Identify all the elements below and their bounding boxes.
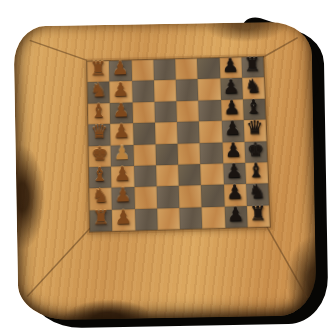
chess-piece-wP[interactable]: ♟ xyxy=(111,142,134,164)
chess-piece-bR[interactable]: ♜ xyxy=(241,54,264,75)
chess-piece-wK[interactable]: ♚ xyxy=(88,142,111,164)
square[interactable] xyxy=(132,81,155,103)
square[interactable] xyxy=(200,163,223,185)
square[interactable] xyxy=(155,122,178,144)
square[interactable] xyxy=(156,165,179,187)
chess-piece-wP[interactable]: ♟ xyxy=(110,99,133,121)
chess-piece-bP[interactable]: ♟ xyxy=(220,96,243,118)
square[interactable] xyxy=(178,143,201,165)
chess-piece-bP[interactable]: ♟ xyxy=(222,138,245,160)
square[interactable] xyxy=(198,100,221,122)
chess-piece-bB[interactable]: ♝ xyxy=(243,96,266,118)
chess-piece-wP[interactable]: ♟ xyxy=(109,57,131,78)
chess-piece-bP[interactable]: ♟ xyxy=(221,117,244,139)
chess-piece-wB[interactable]: ♝ xyxy=(89,163,112,185)
chess-piece-wP[interactable]: ♟ xyxy=(112,206,135,228)
square[interactable] xyxy=(153,59,176,80)
chess-piece-bP[interactable]: ♟ xyxy=(220,75,243,97)
chess-piece-wN[interactable]: ♞ xyxy=(89,185,112,207)
chess-piece-bR[interactable]: ♜ xyxy=(247,202,270,224)
board-perspective-wrap: ♜♟♟♜♞♟♟♞♝♟♟♝♛♟♟♛♚♟♟♚♝♟♟♝♞♟♟♞♜♟♟♜ xyxy=(86,56,269,231)
chess-piece-wR[interactable]: ♜ xyxy=(90,206,113,228)
square[interactable] xyxy=(133,144,156,166)
square[interactable] xyxy=(200,142,223,164)
chess-piece-wB[interactable]: ♝ xyxy=(88,100,111,122)
chess-piece-wR[interactable]: ♜ xyxy=(87,58,109,79)
square[interactable] xyxy=(155,143,178,165)
square[interactable] xyxy=(179,185,202,207)
square[interactable] xyxy=(157,208,180,230)
square[interactable]: ♜ xyxy=(90,209,113,231)
square[interactable] xyxy=(156,186,179,208)
square[interactable] xyxy=(198,79,221,101)
square[interactable] xyxy=(178,164,201,186)
square[interactable] xyxy=(134,187,157,209)
chess-piece-wP[interactable]: ♟ xyxy=(112,184,135,206)
square[interactable]: ♟ xyxy=(112,209,135,231)
square[interactable] xyxy=(202,206,225,228)
chess-piece-bK[interactable]: ♚ xyxy=(244,138,267,160)
square[interactable] xyxy=(131,60,154,81)
square[interactable] xyxy=(154,101,177,123)
square[interactable] xyxy=(201,185,224,207)
chess-piece-bP[interactable]: ♟ xyxy=(223,181,246,203)
chess-piece-bB[interactable]: ♝ xyxy=(245,159,268,181)
chess-piece-bP[interactable]: ♟ xyxy=(219,54,242,75)
chess-piece-wP[interactable]: ♟ xyxy=(110,120,133,142)
square[interactable] xyxy=(197,58,220,79)
chess-piece-bP[interactable]: ♟ xyxy=(224,203,247,225)
square[interactable] xyxy=(134,208,157,230)
chess-piece-wP[interactable]: ♟ xyxy=(111,163,134,185)
chess-board: ♜♟♟♜♞♟♟♞♝♟♟♝♛♟♟♛♚♟♟♚♝♟♟♝♞♟♟♞♜♟♟♜ xyxy=(13,21,316,320)
square[interactable] xyxy=(133,123,156,145)
chess-piece-bN[interactable]: ♞ xyxy=(242,75,265,97)
square[interactable] xyxy=(199,121,222,143)
chess-piece-bN[interactable]: ♞ xyxy=(246,180,269,202)
square[interactable] xyxy=(176,100,199,122)
square[interactable] xyxy=(132,102,155,124)
chess-piece-wN[interactable]: ♞ xyxy=(87,79,109,101)
chess-piece-wQ[interactable]: ♛ xyxy=(88,121,111,143)
square[interactable]: ♜ xyxy=(247,205,270,227)
square[interactable] xyxy=(179,207,202,229)
square[interactable] xyxy=(177,121,200,143)
board-grid: ♜♟♟♜♞♟♟♞♝♟♟♝♛♟♟♛♚♟♟♚♝♟♟♝♞♟♟♞♜♟♟♜ xyxy=(86,56,271,233)
chess-piece-bP[interactable]: ♟ xyxy=(223,160,246,182)
chess-piece-bQ[interactable]: ♛ xyxy=(243,117,266,139)
square[interactable] xyxy=(176,79,199,101)
chess-piece-wP[interactable]: ♟ xyxy=(109,78,132,100)
square[interactable] xyxy=(154,80,177,102)
square[interactable] xyxy=(134,165,157,187)
product-photo: ♜♟♟♜♞♟♟♞♝♟♟♝♛♟♟♛♚♟♟♚♝♟♟♝♞♟♟♞♜♟♟♜ xyxy=(0,0,332,332)
square[interactable] xyxy=(175,59,198,80)
square[interactable]: ♟ xyxy=(224,206,247,228)
